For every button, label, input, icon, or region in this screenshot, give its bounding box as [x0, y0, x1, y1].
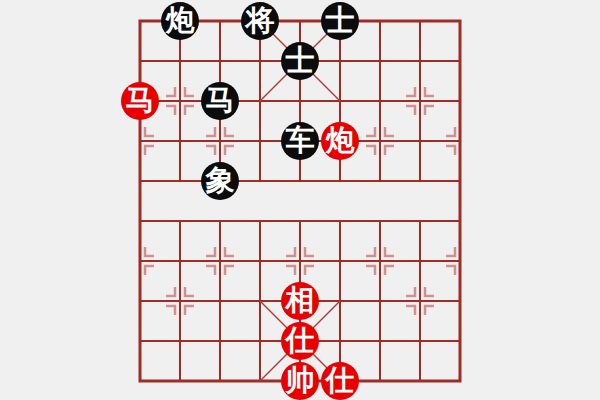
piece-red-elephant[interactable]: 相 — [281, 282, 319, 320]
piece-glyph: 炮 — [326, 126, 355, 155]
piece-black-elephant[interactable]: 象 — [201, 162, 239, 200]
piece-glyph: 将 — [246, 6, 275, 35]
piece-red-king[interactable]: 帅 — [281, 362, 319, 400]
piece-black-chariot[interactable]: 车 — [281, 122, 319, 160]
piece-red-advisor[interactable]: 仕 — [281, 322, 319, 360]
xiangqi-board: 炮将士士马马车炮象相仕帅仕 — [0, 0, 600, 400]
piece-glyph: 相 — [286, 286, 315, 315]
piece-glyph: 帅 — [286, 366, 315, 395]
piece-red-cannon[interactable]: 炮 — [321, 122, 359, 160]
piece-glyph: 马 — [126, 86, 155, 115]
piece-glyph: 士 — [326, 6, 355, 35]
piece-glyph: 炮 — [166, 6, 195, 35]
piece-black-general[interactable]: 将 — [241, 2, 279, 40]
piece-glyph: 象 — [206, 166, 235, 195]
piece-glyph: 马 — [206, 86, 235, 115]
piece-glyph: 士 — [286, 46, 315, 75]
piece-glyph: 仕 — [286, 326, 315, 355]
piece-black-horse[interactable]: 马 — [201, 82, 239, 120]
piece-black-advisor[interactable]: 士 — [321, 2, 359, 40]
piece-red-horse[interactable]: 马 — [121, 82, 159, 120]
piece-black-cannon[interactable]: 炮 — [161, 2, 199, 40]
pieces-layer: 炮将士士马马车炮象相仕帅仕 — [120, 1, 480, 400]
piece-glyph: 车 — [286, 126, 315, 155]
piece-glyph: 仕 — [326, 366, 355, 395]
piece-red-advisor[interactable]: 仕 — [321, 362, 359, 400]
piece-black-advisor[interactable]: 士 — [281, 42, 319, 80]
